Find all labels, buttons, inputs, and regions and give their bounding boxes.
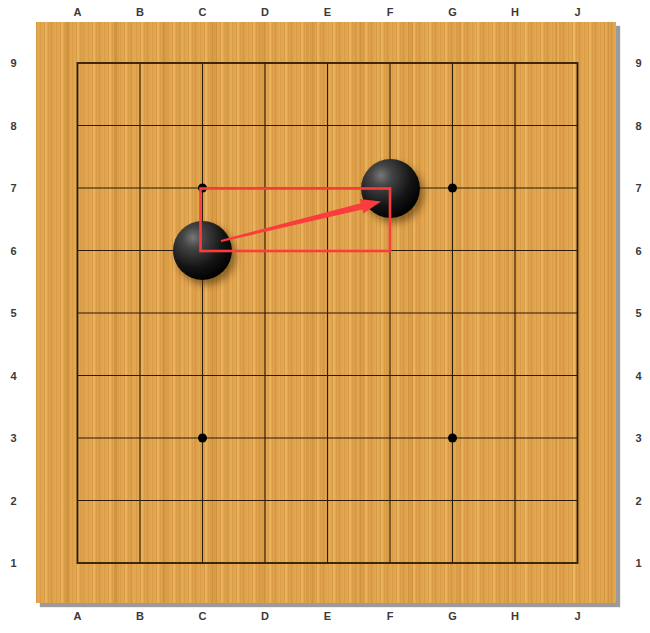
intersection-F4[interactable] [359, 344, 422, 407]
intersection-G6[interactable] [421, 219, 484, 282]
coord-label-bottom-A: A [74, 610, 82, 622]
coord-label-left-5: 5 [10, 307, 16, 319]
intersection-J4[interactable] [546, 344, 609, 407]
coord-label-right-5: 5 [635, 307, 641, 319]
intersection-E8[interactable] [296, 94, 359, 157]
intersection-E6[interactable] [296, 219, 359, 282]
intersection-A8[interactable] [46, 94, 109, 157]
coord-label-left-2: 2 [10, 495, 16, 507]
coord-label-left-8: 8 [10, 120, 16, 132]
intersection-B7[interactable] [109, 157, 172, 220]
intersection-F7[interactable] [359, 157, 422, 220]
intersection-G1[interactable] [421, 532, 484, 595]
intersection-F2[interactable] [359, 469, 422, 532]
coord-label-right-1: 1 [635, 557, 641, 569]
intersection-D1[interactable] [234, 532, 297, 595]
intersection-C6[interactable] [171, 219, 234, 282]
intersection-A6[interactable] [46, 219, 109, 282]
intersection-E5[interactable] [296, 282, 359, 345]
intersection-C8[interactable] [171, 94, 234, 157]
coord-label-left-3: 3 [10, 432, 16, 444]
intersection-F6[interactable] [359, 219, 422, 282]
intersection-B1[interactable] [109, 532, 172, 595]
intersection-J3[interactable] [546, 407, 609, 470]
coord-label-bottom-E: E [324, 610, 331, 622]
board-intersections [46, 32, 609, 595]
coord-label-right-7: 7 [635, 182, 641, 194]
coord-label-top-A: A [74, 6, 82, 18]
intersection-C2[interactable] [171, 469, 234, 532]
intersection-B2[interactable] [109, 469, 172, 532]
coord-label-right-6: 6 [635, 245, 641, 257]
intersection-B5[interactable] [109, 282, 172, 345]
intersection-D8[interactable] [234, 94, 297, 157]
intersection-H1[interactable] [484, 532, 547, 595]
coord-label-bottom-D: D [261, 610, 269, 622]
intersection-J8[interactable] [546, 94, 609, 157]
coord-label-left-1: 1 [10, 557, 16, 569]
intersection-A9[interactable] [46, 32, 109, 95]
intersection-F3[interactable] [359, 407, 422, 470]
intersection-D9[interactable] [234, 32, 297, 95]
intersection-B9[interactable] [109, 32, 172, 95]
intersection-F1[interactable] [359, 532, 422, 595]
intersection-E7[interactable] [296, 157, 359, 220]
intersection-C5[interactable] [171, 282, 234, 345]
coord-label-top-C: C [199, 6, 207, 18]
intersection-C7[interactable] [171, 157, 234, 220]
stone-black-C6[interactable] [173, 221, 232, 280]
intersection-B4[interactable] [109, 344, 172, 407]
coord-label-top-D: D [261, 6, 269, 18]
intersection-J6[interactable] [546, 219, 609, 282]
coord-label-top-J: J [574, 6, 580, 18]
intersection-A1[interactable] [46, 532, 109, 595]
coord-label-bottom-C: C [199, 610, 207, 622]
intersection-E4[interactable] [296, 344, 359, 407]
intersection-B3[interactable] [109, 407, 172, 470]
intersection-H7[interactable] [484, 157, 547, 220]
intersection-F8[interactable] [359, 94, 422, 157]
intersection-H3[interactable] [484, 407, 547, 470]
intersection-D5[interactable] [234, 282, 297, 345]
coord-label-right-8: 8 [635, 120, 641, 132]
intersection-J2[interactable] [546, 469, 609, 532]
intersection-A4[interactable] [46, 344, 109, 407]
intersection-G5[interactable] [421, 282, 484, 345]
intersection-J5[interactable] [546, 282, 609, 345]
coord-label-left-7: 7 [10, 182, 16, 194]
intersection-E2[interactable] [296, 469, 359, 532]
intersection-A7[interactable] [46, 157, 109, 220]
intersection-G2[interactable] [421, 469, 484, 532]
intersection-A5[interactable] [46, 282, 109, 345]
coord-label-top-B: B [136, 6, 144, 18]
intersection-H5[interactable] [484, 282, 547, 345]
intersection-C4[interactable] [171, 344, 234, 407]
coord-label-bottom-B: B [136, 610, 144, 622]
intersection-D7[interactable] [234, 157, 297, 220]
coord-label-bottom-G: G [448, 610, 457, 622]
coord-label-left-4: 4 [10, 370, 16, 382]
coord-label-right-4: 4 [635, 370, 641, 382]
intersection-G8[interactable] [421, 94, 484, 157]
intersection-C1[interactable] [171, 532, 234, 595]
intersection-F9[interactable] [359, 32, 422, 95]
intersection-B6[interactable] [109, 219, 172, 282]
intersection-H8[interactable] [484, 94, 547, 157]
intersection-D6[interactable] [234, 219, 297, 282]
intersection-G7[interactable] [421, 157, 484, 220]
coord-label-left-6: 6 [10, 245, 16, 257]
coord-label-right-3: 3 [635, 432, 641, 444]
intersection-J7[interactable] [546, 157, 609, 220]
intersection-E3[interactable] [296, 407, 359, 470]
intersection-D3[interactable] [234, 407, 297, 470]
intersection-J1[interactable] [546, 532, 609, 595]
intersection-H2[interactable] [484, 469, 547, 532]
coord-label-bottom-J: J [574, 610, 580, 622]
intersection-E9[interactable] [296, 32, 359, 95]
coord-label-bottom-H: H [511, 610, 519, 622]
coord-label-bottom-F: F [387, 610, 394, 622]
intersection-G9[interactable] [421, 32, 484, 95]
coord-label-right-2: 2 [635, 495, 641, 507]
intersection-H9[interactable] [484, 32, 547, 95]
intersection-H6[interactable] [484, 219, 547, 282]
intersection-D2[interactable] [234, 469, 297, 532]
intersection-C9[interactable] [171, 32, 234, 95]
coord-label-right-9: 9 [635, 57, 641, 69]
coord-label-top-F: F [387, 6, 394, 18]
coord-label-top-G: G [448, 6, 457, 18]
coord-label-top-H: H [511, 6, 519, 18]
intersection-G3[interactable] [421, 407, 484, 470]
page: AABBCCDDEEFFGGHHJJ998877665544332211 [0, 0, 650, 633]
intersection-A3[interactable] [46, 407, 109, 470]
intersection-C3[interactable] [171, 407, 234, 470]
intersection-G4[interactable] [421, 344, 484, 407]
intersection-F5[interactable] [359, 282, 422, 345]
intersection-J9[interactable] [546, 32, 609, 95]
coord-label-top-E: E [324, 6, 331, 18]
coord-label-left-9: 9 [10, 57, 16, 69]
intersection-E1[interactable] [296, 532, 359, 595]
stone-black-F7[interactable] [361, 159, 420, 218]
intersection-D4[interactable] [234, 344, 297, 407]
intersection-B8[interactable] [109, 94, 172, 157]
intersection-A2[interactable] [46, 469, 109, 532]
intersection-H4[interactable] [484, 344, 547, 407]
